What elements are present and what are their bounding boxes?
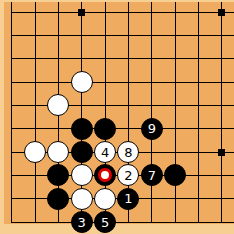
white-stone — [71, 71, 93, 93]
black-stone: 1 — [117, 188, 139, 210]
white-stone: 8 — [117, 141, 139, 163]
grid-hline — [11, 35, 234, 36]
black-stone: 7 — [141, 164, 163, 186]
black-stone — [71, 118, 93, 140]
white-stone — [47, 141, 69, 163]
white-stone — [47, 94, 69, 116]
move-number-label: 7 — [148, 169, 156, 182]
board-edge-left — [0, 0, 4, 234]
black-stone — [94, 118, 116, 140]
star-point — [218, 9, 225, 16]
move-number-label: 9 — [148, 122, 156, 135]
move-number-label: 5 — [101, 216, 109, 229]
move-number-label: 3 — [78, 216, 86, 229]
move-number-label: 4 — [101, 146, 109, 159]
white-stone: 2 — [117, 164, 139, 186]
move-number-label: 8 — [124, 146, 132, 159]
grid-hline — [11, 12, 234, 13]
grid-hline — [11, 105, 234, 106]
star-point — [218, 149, 225, 156]
grid-hline — [11, 82, 234, 83]
black-stone — [47, 164, 69, 186]
grid-hline — [11, 128, 234, 129]
board-edge-bottom — [0, 224, 234, 234]
grid-hline — [11, 58, 234, 59]
move-number-label: 2 — [124, 169, 132, 182]
grid-hline — [11, 222, 234, 223]
move-number-label: 1 — [124, 192, 132, 205]
white-stone: 4 — [94, 141, 116, 163]
black-stone — [164, 164, 186, 186]
white-stone — [94, 188, 116, 210]
red-circle-mark — [98, 168, 112, 182]
white-stone — [71, 164, 93, 186]
black-stone: 3 — [71, 211, 93, 233]
go-board: 94827135 — [0, 0, 234, 234]
white-stone — [71, 188, 93, 210]
white-stone — [24, 141, 46, 163]
black-stone: 9 — [141, 118, 163, 140]
black-stone — [94, 164, 116, 186]
star-point — [78, 9, 85, 16]
black-stone — [71, 141, 93, 163]
black-stone — [47, 188, 69, 210]
